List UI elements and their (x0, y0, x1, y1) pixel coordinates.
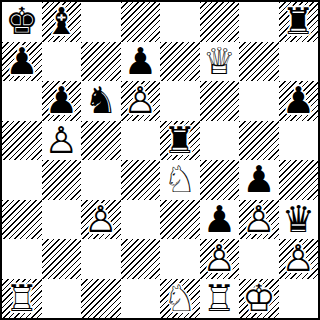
black-bishop-glyph: ♝ (42, 2, 82, 42)
white-rook-glyph: ♖ (200, 279, 240, 319)
square-d2[interactable] (121, 239, 161, 279)
piece-white-queen[interactable]: ♛♕ (200, 42, 240, 82)
square-f7[interactable]: ♛♕ (200, 42, 240, 82)
square-c1[interactable] (81, 279, 121, 319)
piece-black-pawn[interactable]: ♟♟ (279, 81, 319, 121)
square-h1[interactable] (279, 279, 319, 319)
square-g5[interactable] (239, 121, 279, 161)
square-c6[interactable]: ♞♞ (81, 81, 121, 121)
black-queen-glyph: ♛ (279, 200, 319, 240)
square-g8[interactable] (239, 2, 279, 42)
piece-black-knight[interactable]: ♞♞ (81, 81, 121, 121)
white-rook-glyph: ♖ (2, 279, 42, 319)
white-knight-glyph: ♘ (160, 160, 200, 200)
piece-black-pawn[interactable]: ♟♟ (42, 81, 82, 121)
white-pawn-glyph: ♙ (121, 81, 161, 121)
white-pawn-glyph: ♙ (239, 200, 279, 240)
white-pawn-glyph: ♙ (81, 200, 121, 240)
square-c8[interactable] (81, 2, 121, 42)
square-c7[interactable] (81, 42, 121, 82)
square-d5[interactable] (121, 121, 161, 161)
piece-black-pawn[interactable]: ♟♟ (239, 160, 279, 200)
square-e1[interactable]: ♞♘ (160, 279, 200, 319)
black-pawn-glyph: ♟ (121, 42, 161, 82)
piece-white-pawn[interactable]: ♟♙ (121, 81, 161, 121)
square-f4[interactable] (200, 160, 240, 200)
square-a4[interactable] (2, 160, 42, 200)
square-e2[interactable] (160, 239, 200, 279)
piece-white-pawn[interactable]: ♟♙ (81, 200, 121, 240)
piece-white-rook[interactable]: ♜♖ (2, 279, 42, 319)
piece-black-rook[interactable]: ♜♜ (279, 2, 319, 42)
piece-white-pawn[interactable]: ♟♙ (42, 121, 82, 161)
square-b2[interactable] (42, 239, 82, 279)
square-f5[interactable] (200, 121, 240, 161)
piece-black-pawn[interactable]: ♟♟ (2, 42, 42, 82)
white-knight-glyph: ♘ (160, 279, 200, 319)
black-pawn-glyph: ♟ (42, 81, 82, 121)
chess-board: ♚♚♝♝♜♜♟♟♟♟♛♕♟♟♞♞♟♙♟♟♟♙♜♜♞♘♟♟♟♙♟♟♟♙♛♛♟♙♟♙… (0, 0, 320, 320)
square-c4[interactable] (81, 160, 121, 200)
piece-white-pawn[interactable]: ♟♙ (200, 239, 240, 279)
square-f8[interactable] (200, 2, 240, 42)
square-e8[interactable] (160, 2, 200, 42)
square-b7[interactable] (42, 42, 82, 82)
square-g4[interactable]: ♟♟ (239, 160, 279, 200)
square-c5[interactable] (81, 121, 121, 161)
square-f3[interactable]: ♟♟ (200, 200, 240, 240)
square-b3[interactable] (42, 200, 82, 240)
square-e7[interactable] (160, 42, 200, 82)
black-knight-glyph: ♞ (81, 81, 121, 121)
white-pawn-glyph: ♙ (200, 239, 240, 279)
piece-white-knight[interactable]: ♞♘ (160, 160, 200, 200)
piece-white-pawn[interactable]: ♟♙ (279, 239, 319, 279)
piece-black-queen[interactable]: ♛♛ (279, 200, 319, 240)
square-c3[interactable]: ♟♙ (81, 200, 121, 240)
square-d1[interactable] (121, 279, 161, 319)
black-pawn-glyph: ♟ (200, 200, 240, 240)
square-g1[interactable]: ♚♔ (239, 279, 279, 319)
piece-white-knight[interactable]: ♞♘ (160, 279, 200, 319)
square-g3[interactable]: ♟♙ (239, 200, 279, 240)
square-d3[interactable] (121, 200, 161, 240)
square-h4[interactable] (279, 160, 319, 200)
piece-black-pawn[interactable]: ♟♟ (200, 200, 240, 240)
square-e6[interactable] (160, 81, 200, 121)
square-a7[interactable]: ♟♟ (2, 42, 42, 82)
square-a1[interactable]: ♜♖ (2, 279, 42, 319)
square-a2[interactable] (2, 239, 42, 279)
square-b1[interactable] (42, 279, 82, 319)
white-queen-glyph: ♕ (200, 42, 240, 82)
piece-white-king[interactable]: ♚♔ (239, 279, 279, 319)
black-rook-glyph: ♜ (279, 2, 319, 42)
square-a8[interactable]: ♚♚ (2, 2, 42, 42)
piece-black-pawn[interactable]: ♟♟ (121, 42, 161, 82)
black-pawn-glyph: ♟ (2, 42, 42, 82)
white-pawn-glyph: ♙ (279, 239, 319, 279)
piece-white-rook[interactable]: ♜♖ (200, 279, 240, 319)
piece-black-bishop[interactable]: ♝♝ (42, 2, 82, 42)
piece-black-rook[interactable]: ♜♜ (160, 121, 200, 161)
square-d7[interactable]: ♟♟ (121, 42, 161, 82)
square-h2[interactable]: ♟♙ (279, 239, 319, 279)
square-d8[interactable] (121, 2, 161, 42)
black-rook-glyph: ♜ (160, 121, 200, 161)
square-a5[interactable] (2, 121, 42, 161)
square-h6[interactable]: ♟♟ (279, 81, 319, 121)
black-pawn-glyph: ♟ (239, 160, 279, 200)
square-f6[interactable] (200, 81, 240, 121)
square-b4[interactable] (42, 160, 82, 200)
square-a3[interactable] (2, 200, 42, 240)
square-e3[interactable] (160, 200, 200, 240)
square-h7[interactable] (279, 42, 319, 82)
black-king-glyph: ♚ (2, 2, 42, 42)
square-d4[interactable] (121, 160, 161, 200)
square-f2[interactable]: ♟♙ (200, 239, 240, 279)
square-f1[interactable]: ♜♖ (200, 279, 240, 319)
square-a6[interactable] (2, 81, 42, 121)
piece-black-king[interactable]: ♚♚ (2, 2, 42, 42)
square-h3[interactable]: ♛♛ (279, 200, 319, 240)
square-g7[interactable] (239, 42, 279, 82)
square-d6[interactable]: ♟♙ (121, 81, 161, 121)
white-king-glyph: ♔ (239, 279, 279, 319)
square-b5[interactable]: ♟♙ (42, 121, 82, 161)
square-e5[interactable]: ♜♜ (160, 121, 200, 161)
square-h5[interactable] (279, 121, 319, 161)
square-g2[interactable] (239, 239, 279, 279)
square-b8[interactable]: ♝♝ (42, 2, 82, 42)
square-e4[interactable]: ♞♘ (160, 160, 200, 200)
black-pawn-glyph: ♟ (279, 81, 319, 121)
square-h8[interactable]: ♜♜ (279, 2, 319, 42)
piece-white-pawn[interactable]: ♟♙ (239, 200, 279, 240)
white-pawn-glyph: ♙ (42, 121, 82, 161)
square-c2[interactable] (81, 239, 121, 279)
square-b6[interactable]: ♟♟ (42, 81, 82, 121)
square-g6[interactable] (239, 81, 279, 121)
